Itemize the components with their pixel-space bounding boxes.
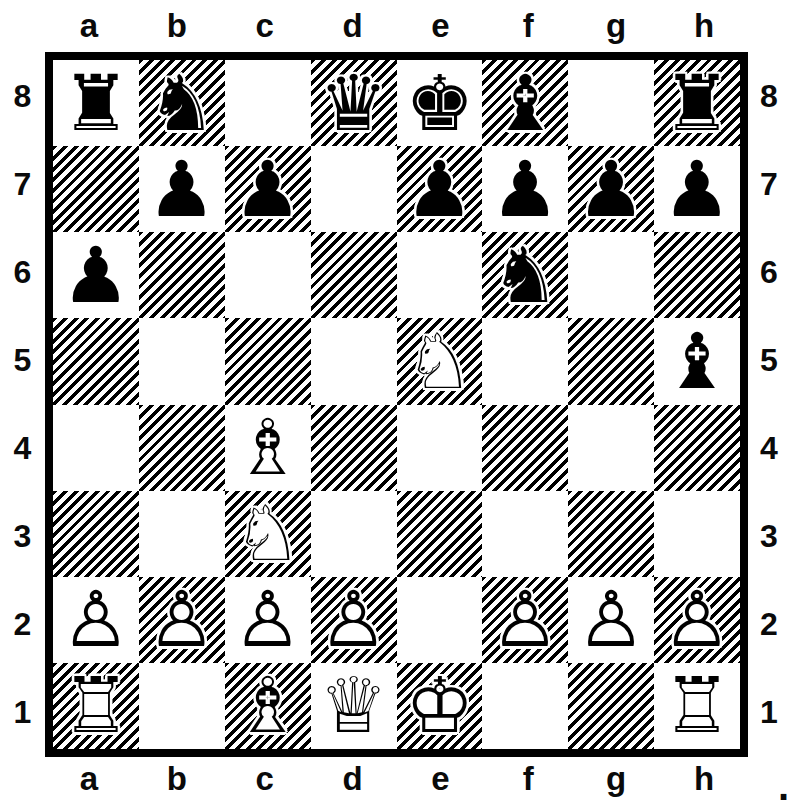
piece-face: ♟ — [139, 146, 225, 232]
square-a4 — [53, 405, 139, 491]
file-label-h: h — [660, 755, 748, 803]
square-a6: ♟♟ — [53, 232, 139, 318]
square-a5 — [53, 318, 139, 404]
trailing-period: . — [778, 764, 789, 803]
file-label-g: g — [572, 755, 660, 803]
square-e3 — [397, 491, 483, 577]
square-h4 — [654, 405, 740, 491]
rank-label-2: 2 — [0, 581, 45, 669]
black-pawn: ♟♟ — [568, 146, 654, 232]
black-king: ♚♚ — [397, 60, 483, 146]
square-f6: ♞♞ — [482, 232, 568, 318]
black-rook: ♜♜ — [53, 60, 139, 146]
black-bishop: ♝♝ — [482, 60, 568, 146]
file-labels-bottom: abcdefgh — [45, 755, 748, 803]
white-pawn: ♟♙ — [654, 577, 740, 663]
square-h3 — [654, 491, 740, 577]
piece-face: ♜ — [53, 60, 139, 146]
rank-label-8: 8 — [0, 52, 45, 140]
square-f5 — [482, 318, 568, 404]
rank-label-1: 1 — [748, 669, 790, 757]
black-pawn: ♟♟ — [397, 146, 483, 232]
piece-face: ♙ — [568, 577, 654, 663]
rank-label-1: 1 — [0, 669, 45, 757]
square-f4 — [482, 405, 568, 491]
square-d7 — [311, 146, 397, 232]
square-e2 — [397, 577, 483, 663]
white-rook: ♜♖ — [654, 663, 740, 749]
square-e1: ♚♔ — [397, 663, 483, 749]
square-b4 — [139, 405, 225, 491]
rank-label-8: 8 — [748, 52, 790, 140]
square-g1 — [568, 663, 654, 749]
rank-label-2: 2 — [748, 581, 790, 669]
piece-face: ♞ — [482, 232, 568, 318]
square-b1 — [139, 663, 225, 749]
square-d4 — [311, 405, 397, 491]
square-f7: ♟♟ — [482, 146, 568, 232]
square-d8: ♛♛ — [311, 60, 397, 146]
square-g5 — [568, 318, 654, 404]
square-g3 — [568, 491, 654, 577]
piece-face: ♖ — [654, 663, 740, 749]
piece-face: ♕ — [311, 663, 397, 749]
file-label-a: a — [45, 0, 133, 52]
piece-face: ♗ — [225, 405, 311, 491]
piece-face: ♘ — [397, 318, 483, 404]
file-label-c: c — [221, 0, 309, 52]
square-d6 — [311, 232, 397, 318]
square-c4: ♝♗ — [225, 405, 311, 491]
black-pawn: ♟♟ — [482, 146, 568, 232]
white-pawn: ♟♙ — [568, 577, 654, 663]
white-pawn: ♟♙ — [225, 577, 311, 663]
black-pawn: ♟♟ — [225, 146, 311, 232]
square-g8 — [568, 60, 654, 146]
rank-label-4: 4 — [0, 405, 45, 493]
rank-label-6: 6 — [748, 228, 790, 316]
rank-label-6: 6 — [0, 228, 45, 316]
square-h1: ♜♖ — [654, 663, 740, 749]
file-label-e: e — [397, 0, 485, 52]
square-a7 — [53, 146, 139, 232]
file-label-b: b — [133, 0, 221, 52]
square-h8: ♜♜ — [654, 60, 740, 146]
piece-face: ♘ — [225, 491, 311, 577]
black-queen: ♛♛ — [311, 60, 397, 146]
piece-face: ♟ — [482, 146, 568, 232]
black-knight: ♞♞ — [482, 232, 568, 318]
rank-label-7: 7 — [0, 140, 45, 228]
square-a1: ♜♖ — [53, 663, 139, 749]
piece-face: ♙ — [139, 577, 225, 663]
square-d1: ♛♕ — [311, 663, 397, 749]
square-b7: ♟♟ — [139, 146, 225, 232]
square-d5 — [311, 318, 397, 404]
rank-label-4: 4 — [748, 405, 790, 493]
square-c2: ♟♙ — [225, 577, 311, 663]
square-c6 — [225, 232, 311, 318]
square-f1 — [482, 663, 568, 749]
square-e7: ♟♟ — [397, 146, 483, 232]
file-label-f: f — [484, 755, 572, 803]
black-pawn: ♟♟ — [53, 232, 139, 318]
square-c7: ♟♟ — [225, 146, 311, 232]
square-h2: ♟♙ — [654, 577, 740, 663]
rank-label-3: 3 — [0, 493, 45, 581]
square-b5 — [139, 318, 225, 404]
piece-face: ♝ — [654, 318, 740, 404]
piece-face: ♟ — [53, 232, 139, 318]
piece-face: ♟ — [225, 146, 311, 232]
chess-diagram: abcdefgh 87654321 ♜♜♞♞♛♛♚♚♝♝♜♜♟♟♟♟♟♟♟♟♟♟… — [0, 0, 790, 803]
white-pawn: ♟♙ — [482, 577, 568, 663]
white-queen: ♛♕ — [311, 663, 397, 749]
rank-label-3: 3 — [748, 493, 790, 581]
black-knight: ♞♞ — [139, 60, 225, 146]
rank-labels-right: 87654321 — [748, 52, 790, 757]
square-f8: ♝♝ — [482, 60, 568, 146]
file-label-c: c — [221, 755, 309, 803]
white-king: ♚♔ — [397, 663, 483, 749]
square-g7: ♟♟ — [568, 146, 654, 232]
square-b8: ♞♞ — [139, 60, 225, 146]
piece-face: ♟ — [397, 146, 483, 232]
file-label-b: b — [133, 755, 221, 803]
piece-face: ♛ — [311, 60, 397, 146]
black-bishop: ♝♝ — [654, 318, 740, 404]
square-b2: ♟♙ — [139, 577, 225, 663]
square-f3 — [482, 491, 568, 577]
square-a8: ♜♜ — [53, 60, 139, 146]
white-bishop: ♝♗ — [225, 663, 311, 749]
square-d3 — [311, 491, 397, 577]
file-label-d: d — [309, 755, 397, 803]
square-c3: ♞♘ — [225, 491, 311, 577]
square-f2: ♟♙ — [482, 577, 568, 663]
rank-label-7: 7 — [748, 140, 790, 228]
rank-label-5: 5 — [748, 316, 790, 404]
piece-face: ♞ — [139, 60, 225, 146]
piece-face: ♖ — [53, 663, 139, 749]
white-knight: ♞♘ — [397, 318, 483, 404]
piece-face: ♗ — [225, 663, 311, 749]
rank-label-5: 5 — [0, 316, 45, 404]
file-label-g: g — [572, 0, 660, 52]
piece-face: ♜ — [654, 60, 740, 146]
piece-face: ♙ — [53, 577, 139, 663]
piece-face: ♝ — [482, 60, 568, 146]
square-e5: ♞♘ — [397, 318, 483, 404]
square-g4 — [568, 405, 654, 491]
square-c1: ♝♗ — [225, 663, 311, 749]
black-pawn: ♟♟ — [139, 146, 225, 232]
square-e4 — [397, 405, 483, 491]
piece-face: ♙ — [482, 577, 568, 663]
square-h5: ♝♝ — [654, 318, 740, 404]
piece-face: ♚ — [397, 60, 483, 146]
square-c8 — [225, 60, 311, 146]
black-rook: ♜♜ — [654, 60, 740, 146]
white-pawn: ♟♙ — [139, 577, 225, 663]
file-label-d: d — [309, 0, 397, 52]
black-pawn: ♟♟ — [654, 146, 740, 232]
white-bishop: ♝♗ — [225, 405, 311, 491]
piece-face: ♟ — [654, 146, 740, 232]
square-g6 — [568, 232, 654, 318]
chess-board: ♜♜♞♞♛♛♚♚♝♝♜♜♟♟♟♟♟♟♟♟♟♟♟♟♟♟♞♞♞♘♝♝♝♗♞♘♟♙♟♙… — [45, 52, 748, 757]
white-pawn: ♟♙ — [53, 577, 139, 663]
piece-face: ♙ — [654, 577, 740, 663]
piece-face: ♙ — [225, 577, 311, 663]
square-h6 — [654, 232, 740, 318]
white-rook: ♜♖ — [53, 663, 139, 749]
piece-face: ♟ — [568, 146, 654, 232]
square-d2: ♟♙ — [311, 577, 397, 663]
white-knight: ♞♘ — [225, 491, 311, 577]
square-h7: ♟♟ — [654, 146, 740, 232]
square-g2: ♟♙ — [568, 577, 654, 663]
file-label-e: e — [397, 755, 485, 803]
piece-face: ♔ — [397, 663, 483, 749]
square-a3 — [53, 491, 139, 577]
square-b3 — [139, 491, 225, 577]
square-a2: ♟♙ — [53, 577, 139, 663]
file-label-f: f — [484, 0, 572, 52]
square-b6 — [139, 232, 225, 318]
square-c5 — [225, 318, 311, 404]
square-e6 — [397, 232, 483, 318]
file-label-a: a — [45, 755, 133, 803]
white-pawn: ♟♙ — [311, 577, 397, 663]
file-label-h: h — [660, 0, 748, 52]
piece-face: ♙ — [311, 577, 397, 663]
square-e8: ♚♚ — [397, 60, 483, 146]
rank-labels-left: 87654321 — [0, 52, 45, 757]
file-labels-top: abcdefgh — [45, 0, 748, 52]
